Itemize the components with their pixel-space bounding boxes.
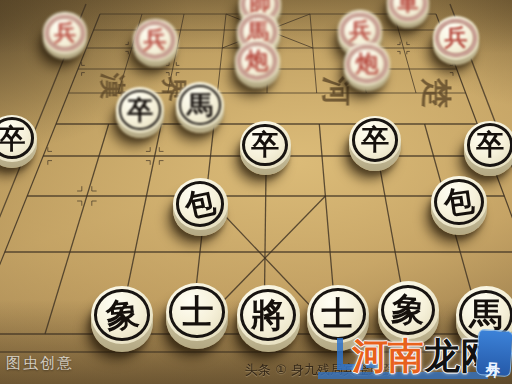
piece-character: 士 <box>181 295 214 328</box>
piece-face: 卒 <box>349 116 401 165</box>
piece-face: 將 <box>237 285 300 344</box>
piece-character: 卒 <box>0 125 26 152</box>
piece-black-cannon-c8[interactable]: 包 <box>173 178 228 236</box>
piece-black-cannon-h8[interactable]: 包 <box>431 176 487 235</box>
piece-character: 將 <box>251 298 285 332</box>
piece-character: 包 <box>182 186 218 222</box>
piece-black-horse-d6[interactable]: 馬 <box>176 82 224 133</box>
piece-black-advisor-d10[interactable]: 士 <box>166 283 228 349</box>
xiangqi-board-photo: 漢界河楚 兵兵帥馬炮兵炮車兵卒卒馬卒卒卒包包象士將士象馬 图虫创意 头条 ① 身… <box>0 0 512 384</box>
piece-black-soldier-g7[interactable]: 卒 <box>349 116 401 171</box>
piece-character: 卒 <box>361 126 389 154</box>
piece-black-soldier-i7[interactable]: 卒 <box>464 121 512 176</box>
piece-face: 兵 <box>133 19 178 61</box>
piece-character: 象 <box>390 292 426 328</box>
piece-face: 象 <box>378 281 439 338</box>
piece-face: 包 <box>431 176 487 229</box>
piece-character: 兵 <box>144 28 167 51</box>
piece-character: 卒 <box>476 131 504 159</box>
piece-black-soldier-c6[interactable]: 卒 <box>116 87 164 138</box>
piece-character: 馬 <box>187 92 213 118</box>
piece-red-soldier-c4[interactable]: 兵 <box>133 19 178 67</box>
watermark-tuchong: 图虫创意 <box>6 354 74 373</box>
piece-character: 士 <box>322 297 355 330</box>
piece-face: 卒 <box>240 121 291 169</box>
piece-character: 包 <box>442 185 476 219</box>
piece-character: 車 <box>398 0 419 14</box>
piece-face: 炮 <box>235 40 280 82</box>
piece-character: 卒 <box>127 97 153 123</box>
piece-red-cannon-e5[interactable]: 炮 <box>235 40 280 88</box>
piece-black-general-e10[interactable]: 將 <box>237 285 300 352</box>
piece-face: 兵 <box>433 16 479 59</box>
piece-face: 象 <box>91 286 153 344</box>
watermark-henan: 河南 <box>352 335 424 376</box>
piece-character: 兵 <box>54 22 76 44</box>
piece-face: 卒 <box>464 121 512 170</box>
piece-character: 炮 <box>246 49 269 72</box>
piece-black-soldier-e7[interactable]: 卒 <box>240 121 291 175</box>
piece-red-soldier-a4[interactable]: 兵 <box>43 12 87 59</box>
piece-character: 馬 <box>470 298 503 331</box>
piece-face: 馬 <box>176 82 224 127</box>
piece-character: 兵 <box>445 26 468 49</box>
piece-face: 炮 <box>344 42 390 85</box>
piece-face: 包 <box>173 178 228 230</box>
piece-character: 卒 <box>251 131 279 159</box>
watermark-henanlongwang: 河南龙网 <box>352 332 496 381</box>
piece-character: 兵 <box>349 20 371 42</box>
piece-face: 士 <box>166 283 228 341</box>
piece-face: 卒 <box>116 87 164 132</box>
piece-red-soldier-i4[interactable]: 兵 <box>433 16 479 65</box>
haowai-badge: 号外 <box>475 329 512 377</box>
river-char: 楚 <box>416 78 457 108</box>
piece-black-elephant-c10[interactable]: 象 <box>91 286 153 352</box>
piece-black-soldier-a7[interactable]: 卒 <box>0 115 37 168</box>
piece-face: 兵 <box>43 12 87 53</box>
piece-red-chariot-i1[interactable]: 車 <box>387 0 429 28</box>
piece-character: 象 <box>104 297 140 333</box>
piece-red-cannon-g5[interactable]: 炮 <box>344 42 390 91</box>
piece-character: 炮 <box>356 52 379 75</box>
